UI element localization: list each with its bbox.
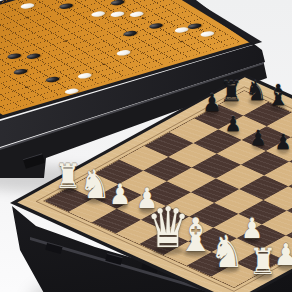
chess-piece-black-rook[interactable]: ♜ [220, 78, 242, 106]
chess-piece-white-pawn[interactable]: ♟ [109, 181, 131, 209]
chess-piece-black-pawn[interactable]: ♟ [203, 91, 222, 115]
chess-piece-black-knight[interactable]: ♞ [245, 77, 266, 104]
chess-piece-white-knight[interactable]: ♞ [210, 230, 245, 274]
product-photo-stage: ♞♜♝♟♟♟♟♜♞♟♟♟♛♝♟♞♜ [0, 0, 292, 292]
chess-piece-black-pawn[interactable]: ♟ [250, 128, 267, 149]
chess-piece-white-rook[interactable]: ♜ [55, 159, 82, 193]
chess-piece-white-knight[interactable]: ♞ [79, 164, 111, 204]
chess-piece-white-rook[interactable]: ♜ [249, 244, 277, 280]
chess-piece-black-bishop[interactable]: ♝ [267, 81, 290, 110]
chess-piece-black-pawn[interactable]: ♟ [275, 132, 292, 153]
brand-logo-mark [50, 210, 65, 217]
chess-piece-black-pawn[interactable]: ♟ [225, 114, 242, 135]
